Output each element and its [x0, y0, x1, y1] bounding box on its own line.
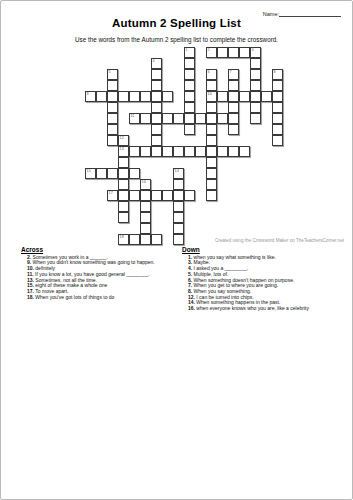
- grid-cell[interactable]: [228, 80, 239, 91]
- grid-cell[interactable]: [118, 190, 129, 201]
- grid-cell[interactable]: [129, 91, 140, 102]
- grid-cell[interactable]: [151, 124, 162, 135]
- grid-cell[interactable]: [272, 102, 283, 113]
- grid-cell[interactable]: [151, 91, 162, 102]
- grid-cell[interactable]: [162, 190, 173, 201]
- page-subtitle: Use the words from the Autumn 2 spelling…: [1, 36, 352, 43]
- grid-cell[interactable]: [140, 113, 151, 124]
- grid-cell[interactable]: [184, 146, 195, 157]
- grid-cell[interactable]: [118, 91, 129, 102]
- grid-cell[interactable]: [184, 124, 195, 135]
- grid-cell[interactable]: [162, 113, 173, 124]
- grid-cell[interactable]: [140, 201, 151, 212]
- clue-number: 6: [208, 70, 210, 74]
- grid-cell[interactable]: [140, 146, 151, 157]
- grid-cell[interactable]: [206, 179, 217, 190]
- grid-cell[interactable]: [250, 113, 261, 124]
- grid-cell[interactable]: [206, 124, 217, 135]
- grid-cell[interactable]: 9: [85, 91, 96, 102]
- grid-cell[interactable]: [151, 135, 162, 146]
- grid-cell[interactable]: [184, 102, 195, 113]
- grid-cell[interactable]: [228, 102, 239, 113]
- grid-cell[interactable]: 14: [173, 168, 184, 179]
- grid-cell[interactable]: [206, 135, 217, 146]
- grid-cell[interactable]: 7: [228, 69, 239, 80]
- grid-cell[interactable]: [151, 69, 162, 80]
- grid-cell[interactable]: [96, 91, 107, 102]
- grid-cell[interactable]: [206, 80, 217, 91]
- grid-cell[interactable]: 3: [250, 47, 261, 58]
- grid-cell[interactable]: [151, 234, 162, 245]
- grid-cell[interactable]: [272, 124, 283, 135]
- grid-cell[interactable]: 11: [129, 113, 140, 124]
- grid-cell[interactable]: [173, 190, 184, 201]
- clue-number: 13: [120, 147, 124, 151]
- grid-cell[interactable]: [107, 124, 118, 135]
- grid-cell[interactable]: [173, 146, 184, 157]
- grid-cell[interactable]: [151, 190, 162, 201]
- across-header: Across: [21, 247, 179, 253]
- grid-cell[interactable]: [96, 168, 107, 179]
- grid-cell[interactable]: [107, 102, 118, 113]
- grid-cell[interactable]: [173, 212, 184, 223]
- grid-cell[interactable]: [151, 102, 162, 113]
- grid-cell[interactable]: [173, 234, 184, 245]
- grid-cell[interactable]: [272, 135, 283, 146]
- clue-number: 9: [87, 92, 89, 96]
- grid-cell[interactable]: 13: [118, 146, 129, 157]
- grid-cell[interactable]: [217, 91, 228, 102]
- grid-cell[interactable]: [173, 201, 184, 212]
- crossword-grid: 123456789101112131514161718: [85, 47, 283, 245]
- clue-number: 14: [175, 169, 179, 173]
- grid-cell[interactable]: 5: [107, 69, 118, 80]
- grid-cell[interactable]: [129, 168, 140, 179]
- grid-cell[interactable]: [140, 91, 151, 102]
- worksheet-page: Name: Autumn 2 Spelling List Use the wor…: [0, 0, 353, 500]
- grid-cell[interactable]: [206, 146, 217, 157]
- grid-cell[interactable]: [140, 234, 151, 245]
- across-clues-section: Across 2. Sometimes you work in a ______…: [21, 247, 179, 300]
- grid-cell[interactable]: [107, 135, 118, 146]
- grid-cell[interactable]: [272, 113, 283, 124]
- grid-cell[interactable]: 6: [206, 69, 217, 80]
- grid-cell[interactable]: [151, 146, 162, 157]
- grid-cell[interactable]: [173, 113, 184, 124]
- clue-number: 11: [131, 114, 135, 118]
- grid-cell[interactable]: [184, 113, 195, 124]
- grid-cell[interactable]: [250, 69, 261, 80]
- grid-cell[interactable]: [228, 124, 239, 135]
- clue-number: 1: [186, 48, 188, 52]
- grid-cell[interactable]: [118, 168, 129, 179]
- across-clue: 18. When you've got lots of things to do: [27, 295, 179, 301]
- grid-cell[interactable]: [107, 113, 118, 124]
- grid-cell[interactable]: 12: [118, 135, 129, 146]
- clue-number: 17: [109, 191, 113, 195]
- grid-cell[interactable]: [195, 146, 206, 157]
- clue-number: 12: [120, 136, 124, 140]
- grid-cell[interactable]: [118, 212, 129, 223]
- grid-cell[interactable]: [151, 113, 162, 124]
- across-clue-list: 2. Sometimes you work in a ______.9. Whe…: [21, 255, 179, 301]
- clue-number: 18: [120, 235, 124, 239]
- grid-cell[interactable]: [107, 91, 118, 102]
- grid-cell[interactable]: [228, 91, 239, 102]
- grid-cell[interactable]: [272, 91, 283, 102]
- grid-cell[interactable]: 16: [140, 179, 151, 190]
- down-clue-list: 1. when you say what something is like.3…: [182, 255, 350, 312]
- grid-cell[interactable]: 1: [184, 47, 195, 58]
- grid-cell[interactable]: [162, 146, 173, 157]
- clue-number: 16: [142, 180, 146, 184]
- grid-cell[interactable]: [206, 157, 217, 168]
- grid-cell[interactable]: [184, 190, 195, 201]
- page-title: Autumn 2 Spelling List: [1, 17, 352, 29]
- grid-cell[interactable]: 17: [107, 190, 118, 201]
- clue-number: 2: [208, 48, 210, 52]
- grid-cell[interactable]: [184, 69, 195, 80]
- grid-cell[interactable]: 15: [85, 168, 96, 179]
- grid-cell[interactable]: 2: [206, 47, 217, 58]
- grid-cell[interactable]: [129, 234, 140, 245]
- clue-number: 8: [274, 70, 276, 74]
- grid-cell[interactable]: [217, 146, 228, 157]
- grid-cell[interactable]: [217, 47, 228, 58]
- grid-cell[interactable]: [118, 157, 129, 168]
- grid-cell[interactable]: [217, 113, 228, 124]
- grid-cell[interactable]: [140, 223, 151, 234]
- grid-cell[interactable]: [162, 91, 173, 102]
- grid-cell[interactable]: [151, 80, 162, 91]
- grid-cell[interactable]: [239, 146, 250, 157]
- grid-cell[interactable]: [184, 80, 195, 91]
- grid-cell[interactable]: [184, 58, 195, 69]
- grid-cell[interactable]: 10: [206, 91, 217, 102]
- grid-cell[interactable]: [228, 47, 239, 58]
- grid-cell[interactable]: [250, 58, 261, 69]
- grid-cell[interactable]: [140, 190, 151, 201]
- grid-cell[interactable]: [195, 113, 206, 124]
- clue-number: 15: [87, 169, 91, 173]
- grid-cell[interactable]: [118, 179, 129, 190]
- grid-cell[interactable]: [173, 179, 184, 190]
- grid-cell[interactable]: [107, 80, 118, 91]
- grid-cell[interactable]: [129, 190, 140, 201]
- down-clue: 16. when everyone knows who you are, lik…: [188, 306, 350, 312]
- grid-cell[interactable]: [228, 146, 239, 157]
- grid-cell[interactable]: [272, 80, 283, 91]
- clue-number: 7: [230, 70, 232, 74]
- grid-cell[interactable]: [118, 201, 129, 212]
- clue-number: 4: [153, 59, 155, 63]
- grid-cell[interactable]: [206, 190, 217, 201]
- grid-cell[interactable]: [250, 91, 261, 102]
- credit-line: Created using the Crossword Maker on The…: [215, 238, 344, 243]
- grid-cell[interactable]: [261, 91, 272, 102]
- down-header: Down: [182, 247, 350, 253]
- grid-cell[interactable]: [173, 223, 184, 234]
- grid-cell[interactable]: [184, 91, 195, 102]
- grid-cell[interactable]: 8: [272, 69, 283, 80]
- grid-cell[interactable]: [250, 80, 261, 91]
- down-clues-section: Down 1. when you say what something is l…: [182, 247, 350, 312]
- grid-cell[interactable]: [129, 146, 140, 157]
- grid-cell[interactable]: 18: [118, 234, 129, 245]
- grid-cell[interactable]: [206, 102, 217, 113]
- grid-cell[interactable]: [206, 168, 217, 179]
- clue-number: 10: [208, 92, 212, 96]
- grid-cell[interactable]: [140, 212, 151, 223]
- grid-cell[interactable]: [250, 102, 261, 113]
- grid-cell[interactable]: 4: [151, 58, 162, 69]
- grid-cell[interactable]: [228, 113, 239, 124]
- grid-cell[interactable]: [239, 47, 250, 58]
- grid-cell[interactable]: [239, 91, 250, 102]
- grid-cell[interactable]: [206, 113, 217, 124]
- clue-number: 3: [252, 48, 254, 52]
- grid-cell[interactable]: [107, 168, 118, 179]
- clue-number: 5: [109, 70, 111, 74]
